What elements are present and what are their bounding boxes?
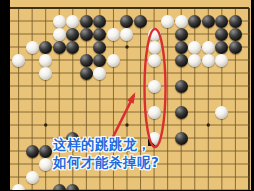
white-stone[interactable] (39, 54, 52, 67)
white-stone[interactable] (202, 41, 215, 54)
black-stone[interactable] (175, 41, 188, 54)
black-stone[interactable] (188, 15, 201, 28)
white-stone[interactable] (93, 67, 106, 80)
black-stone[interactable] (53, 184, 66, 191)
black-stone[interactable] (120, 15, 133, 28)
caption: 这样的跳跳龙， 如何才能杀掉呢? (53, 135, 159, 171)
letterbox-left (0, 0, 10, 190)
black-stone[interactable] (202, 15, 215, 28)
white-stone[interactable] (120, 28, 133, 41)
black-stone[interactable] (66, 41, 79, 54)
white-stone[interactable] (26, 41, 39, 54)
black-stone[interactable] (80, 67, 93, 80)
white-stone[interactable] (39, 158, 52, 171)
white-stone[interactable] (53, 15, 66, 28)
white-stone[interactable] (148, 80, 161, 93)
black-stone[interactable] (215, 28, 228, 41)
white-stone[interactable] (148, 106, 161, 119)
white-stone[interactable] (26, 171, 39, 184)
black-stone[interactable] (93, 41, 106, 54)
black-stone[interactable] (66, 184, 79, 191)
white-stone[interactable] (175, 15, 188, 28)
black-stone[interactable] (175, 106, 188, 119)
black-stone[interactable] (80, 54, 93, 67)
white-stone[interactable] (148, 41, 161, 54)
black-stone[interactable] (229, 15, 242, 28)
white-stone[interactable] (39, 67, 52, 80)
black-stone[interactable] (80, 15, 93, 28)
black-stone[interactable] (80, 28, 93, 41)
black-stone[interactable] (215, 15, 228, 28)
black-stone[interactable] (215, 41, 228, 54)
black-stone[interactable] (134, 15, 147, 28)
white-stone[interactable] (161, 15, 174, 28)
white-stone[interactable] (215, 54, 228, 67)
white-stone[interactable] (148, 54, 161, 67)
black-stone[interactable] (93, 28, 106, 41)
black-stone[interactable] (175, 54, 188, 67)
white-stone[interactable] (188, 41, 201, 54)
white-stone[interactable] (148, 28, 161, 41)
go-board-screenshot: 这样的跳跳龙， 如何才能杀掉呢? (0, 0, 254, 190)
white-stone[interactable] (107, 28, 120, 41)
white-stone[interactable] (202, 54, 215, 67)
black-stone[interactable] (26, 145, 39, 158)
black-stone[interactable] (175, 80, 188, 93)
black-stone[interactable] (229, 28, 242, 41)
white-stone[interactable] (12, 184, 25, 191)
black-stone[interactable] (229, 41, 242, 54)
black-stone[interactable] (93, 15, 106, 28)
white-stone[interactable] (53, 28, 66, 41)
white-stone[interactable] (12, 54, 25, 67)
black-stone[interactable] (39, 41, 52, 54)
black-stone[interactable] (93, 54, 106, 67)
black-stone[interactable] (53, 41, 66, 54)
letterbox-right (251, 0, 254, 190)
white-stone[interactable] (107, 54, 120, 67)
black-stone[interactable] (66, 28, 79, 41)
caption-line-2: 如何才能杀掉呢? (53, 153, 159, 171)
white-stone[interactable] (66, 15, 79, 28)
black-stone[interactable] (39, 145, 52, 158)
white-stone[interactable] (188, 54, 201, 67)
white-stone[interactable] (215, 106, 228, 119)
caption-line-1: 这样的跳跳龙， (53, 135, 159, 153)
black-stone[interactable] (175, 28, 188, 41)
black-stone[interactable] (175, 132, 188, 145)
